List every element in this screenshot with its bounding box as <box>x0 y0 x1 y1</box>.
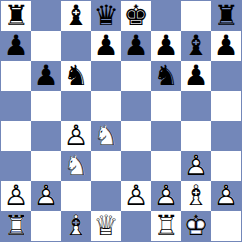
square-h5[interactable] <box>211 91 241 121</box>
square-c4[interactable]: ♟♙ <box>61 121 91 151</box>
white-piece-outline-layer: ♗ <box>61 211 91 241</box>
piece-black-pawn[interactable]: ♟ <box>91 31 121 61</box>
square-g2[interactable]: ♝♗ <box>181 181 211 211</box>
piece-black-pawn[interactable]: ♟ <box>211 31 241 61</box>
square-c5[interactable] <box>61 91 91 121</box>
piece-white-pawn[interactable]: ♟♙ <box>31 181 61 211</box>
square-e1[interactable] <box>121 211 151 241</box>
square-g3[interactable]: ♟♙ <box>181 151 211 181</box>
piece-white-knight[interactable]: ♞♘ <box>91 121 121 151</box>
square-b3[interactable] <box>31 151 61 181</box>
square-b5[interactable] <box>31 91 61 121</box>
square-e6[interactable] <box>121 61 151 91</box>
white-piece-outline-layer: ♙ <box>1 181 31 211</box>
square-f8[interactable] <box>151 1 181 31</box>
white-piece-outline-layer: ♔ <box>181 211 211 241</box>
piece-black-queen[interactable]: ♛ <box>91 1 121 31</box>
square-h6[interactable] <box>211 61 241 91</box>
white-piece-outline-layer: ♘ <box>91 121 121 151</box>
piece-black-bishop[interactable]: ♝ <box>61 1 91 31</box>
square-a4[interactable] <box>1 121 31 151</box>
piece-white-king[interactable]: ♚♔ <box>181 211 211 241</box>
white-piece-outline-layer: ♙ <box>31 181 61 211</box>
square-c2[interactable] <box>61 181 91 211</box>
square-e8[interactable]: ♚ <box>121 1 151 31</box>
square-c6[interactable]: ♞ <box>61 61 91 91</box>
chess-board: ♜♝♛♚♜♟♟♟♟♝♟♟♞♞♟♟♙♞♘♞♘♟♙♟♙♟♙♟♙♟♙♝♗♟♙♜♖♝♗♛… <box>0 0 242 242</box>
square-d6[interactable] <box>91 61 121 91</box>
square-h1[interactable] <box>211 211 241 241</box>
square-b7[interactable] <box>31 31 61 61</box>
square-d2[interactable] <box>91 181 121 211</box>
square-b2[interactable]: ♟♙ <box>31 181 61 211</box>
square-f3[interactable] <box>151 151 181 181</box>
white-piece-outline-layer: ♙ <box>121 181 151 211</box>
square-b8[interactable] <box>31 1 61 31</box>
piece-white-pawn[interactable]: ♟♙ <box>181 151 211 181</box>
square-h4[interactable] <box>211 121 241 151</box>
square-g1[interactable]: ♚♔ <box>181 211 211 241</box>
piece-black-bishop[interactable]: ♝ <box>181 31 211 61</box>
square-a3[interactable] <box>1 151 31 181</box>
piece-black-knight[interactable]: ♞ <box>61 61 91 91</box>
piece-black-king[interactable]: ♚ <box>121 1 151 31</box>
square-f4[interactable] <box>151 121 181 151</box>
square-c3[interactable]: ♞♘ <box>61 151 91 181</box>
piece-black-pawn[interactable]: ♟ <box>151 31 181 61</box>
piece-white-rook[interactable]: ♜♖ <box>1 211 31 241</box>
square-h2[interactable]: ♟♙ <box>211 181 241 211</box>
piece-white-pawn[interactable]: ♟♙ <box>61 121 91 151</box>
piece-black-knight[interactable]: ♞ <box>151 61 181 91</box>
square-c8[interactable]: ♝ <box>61 1 91 31</box>
square-g4[interactable] <box>181 121 211 151</box>
piece-white-bishop[interactable]: ♝♗ <box>61 211 91 241</box>
square-d3[interactable] <box>91 151 121 181</box>
square-a8[interactable]: ♜ <box>1 1 31 31</box>
piece-black-pawn[interactable]: ♟ <box>181 61 211 91</box>
square-e2[interactable]: ♟♙ <box>121 181 151 211</box>
square-f5[interactable] <box>151 91 181 121</box>
piece-black-pawn[interactable]: ♟ <box>1 31 31 61</box>
square-h7[interactable]: ♟ <box>211 31 241 61</box>
square-d8[interactable]: ♛ <box>91 1 121 31</box>
piece-white-pawn[interactable]: ♟♙ <box>211 181 241 211</box>
square-e7[interactable]: ♟ <box>121 31 151 61</box>
square-a7[interactable]: ♟ <box>1 31 31 61</box>
piece-white-pawn[interactable]: ♟♙ <box>151 181 181 211</box>
square-b1[interactable] <box>31 211 61 241</box>
square-e4[interactable] <box>121 121 151 151</box>
piece-black-pawn[interactable]: ♟ <box>31 61 61 91</box>
square-g6[interactable]: ♟ <box>181 61 211 91</box>
square-d5[interactable] <box>91 91 121 121</box>
white-piece-outline-layer: ♗ <box>181 181 211 211</box>
square-h8[interactable]: ♜ <box>211 1 241 31</box>
white-piece-outline-layer: ♙ <box>61 121 91 151</box>
square-d7[interactable]: ♟ <box>91 31 121 61</box>
square-b4[interactable] <box>31 121 61 151</box>
piece-white-knight[interactable]: ♞♘ <box>61 151 91 181</box>
white-piece-outline-layer: ♙ <box>181 151 211 181</box>
square-a5[interactable] <box>1 91 31 121</box>
square-c7[interactable] <box>61 31 91 61</box>
piece-black-rook[interactable]: ♜ <box>1 1 31 31</box>
white-piece-outline-layer: ♖ <box>151 211 181 241</box>
square-e3[interactable] <box>121 151 151 181</box>
square-c1[interactable]: ♝♗ <box>61 211 91 241</box>
piece-white-queen[interactable]: ♛♕ <box>91 211 121 241</box>
square-f2[interactable]: ♟♙ <box>151 181 181 211</box>
square-f1[interactable]: ♜♖ <box>151 211 181 241</box>
piece-black-pawn[interactable]: ♟ <box>121 31 151 61</box>
square-b6[interactable]: ♟ <box>31 61 61 91</box>
square-a2[interactable]: ♟♙ <box>1 181 31 211</box>
square-e5[interactable] <box>121 91 151 121</box>
square-f6[interactable]: ♞ <box>151 61 181 91</box>
piece-white-pawn[interactable]: ♟♙ <box>121 181 151 211</box>
piece-white-pawn[interactable]: ♟♙ <box>1 181 31 211</box>
white-piece-outline-layer: ♙ <box>211 181 241 211</box>
piece-white-rook[interactable]: ♜♖ <box>151 211 181 241</box>
white-piece-outline-layer: ♙ <box>151 181 181 211</box>
square-f7[interactable]: ♟ <box>151 31 181 61</box>
square-g8[interactable] <box>181 1 211 31</box>
square-a6[interactable] <box>1 61 31 91</box>
piece-black-rook[interactable]: ♜ <box>211 1 241 31</box>
white-piece-outline-layer: ♖ <box>1 211 31 241</box>
square-h3[interactable] <box>211 151 241 181</box>
white-piece-outline-layer: ♕ <box>91 211 121 241</box>
square-d1[interactable]: ♛♕ <box>91 211 121 241</box>
piece-white-bishop[interactable]: ♝♗ <box>181 181 211 211</box>
square-g5[interactable] <box>181 91 211 121</box>
white-piece-outline-layer: ♘ <box>61 151 91 181</box>
square-g7[interactable]: ♝ <box>181 31 211 61</box>
square-a1[interactable]: ♜♖ <box>1 211 31 241</box>
square-d4[interactable]: ♞♘ <box>91 121 121 151</box>
